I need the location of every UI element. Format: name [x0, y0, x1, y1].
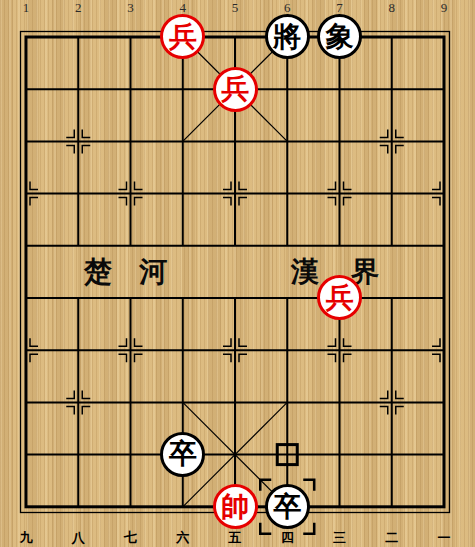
file-label-top-9: 9: [433, 0, 455, 16]
file-label-bottom-6: 四: [276, 529, 298, 547]
file-label-top-6: 6: [276, 0, 298, 16]
board-intersection: 兵: [157, 11, 209, 63]
board-intersection: 象: [313, 11, 365, 63]
piece-red-soldier[interactable]: 兵: [160, 14, 205, 59]
file-label-bottom-7: 三: [329, 529, 351, 547]
board-intersection: 將: [261, 11, 313, 63]
board-intersection: 兵: [209, 63, 261, 115]
file-label-top-8: 8: [381, 0, 403, 16]
piece-black-general[interactable]: 將: [265, 14, 310, 59]
file-label-top-7: 7: [329, 0, 351, 16]
file-label-bottom-2: 八: [67, 529, 89, 547]
file-label-top-5: 5: [224, 0, 246, 16]
xiangqi-board[interactable]: 兵將象兵兵卒帥卒: [0, 11, 470, 533]
board-intersection: 帥: [209, 481, 261, 533]
board-intersection: 卒: [157, 428, 209, 480]
piece-black-soldier[interactable]: 卒: [265, 484, 310, 529]
file-label-top-2: 2: [67, 0, 89, 16]
file-label-bottom-4: 六: [172, 529, 194, 547]
file-label-bottom-1: 九: [15, 529, 37, 547]
piece-black-elephant[interactable]: 象: [317, 14, 362, 59]
piece-red-soldier[interactable]: 兵: [317, 275, 362, 320]
file-label-bottom-3: 七: [120, 529, 142, 547]
piece-black-soldier[interactable]: 卒: [160, 432, 205, 477]
file-label-bottom-8: 二: [381, 529, 403, 547]
file-label-top-4: 4: [172, 0, 194, 16]
file-label-bottom-5: 五: [224, 529, 246, 547]
board-intersection: 卒: [261, 481, 313, 533]
file-label-top-1: 1: [15, 0, 37, 16]
xiangqi-app: 123456789 楚 河 漢 界 兵將象兵兵卒帥卒 九八七六五四三二一: [0, 0, 475, 547]
file-label-top-3: 3: [120, 0, 142, 16]
piece-red-soldier[interactable]: 兵: [213, 67, 258, 112]
piece-red-general[interactable]: 帥: [213, 484, 258, 529]
file-label-bottom-9: 一: [433, 529, 455, 547]
board-intersection: 兵: [313, 272, 365, 324]
